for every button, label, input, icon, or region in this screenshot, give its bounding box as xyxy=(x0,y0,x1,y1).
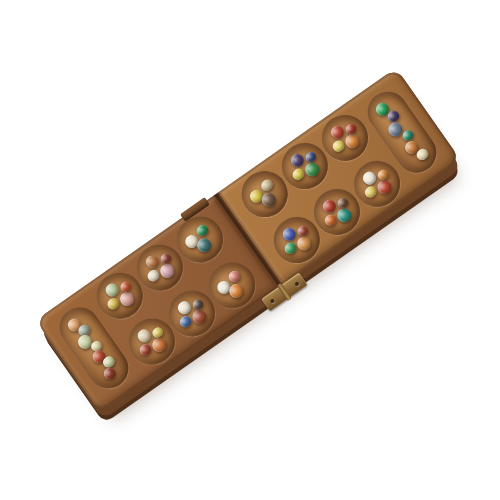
gemstone-bead xyxy=(334,206,353,225)
gemstone-bead xyxy=(374,178,393,197)
gemstone-bead xyxy=(343,122,358,137)
mancala-board xyxy=(36,68,461,412)
gemstone-bead xyxy=(190,297,205,312)
gemstone-bead xyxy=(149,335,168,354)
gemstone-bead xyxy=(375,168,390,183)
hinge-knuckle xyxy=(277,283,292,301)
gemstone-bead xyxy=(302,160,321,179)
gemstone-bead xyxy=(194,223,210,239)
gemstone-bead xyxy=(101,365,118,382)
gemstone-bead xyxy=(259,178,275,194)
gemstone-bead xyxy=(135,327,153,345)
hinge-screw-icon xyxy=(294,281,300,287)
gemstone-bead xyxy=(150,326,165,341)
gemstone-bead xyxy=(118,280,133,295)
gemstone-bead xyxy=(360,169,378,187)
gemstone-bead xyxy=(103,281,121,299)
gemstone-bead xyxy=(294,234,313,253)
gemstone-bead xyxy=(320,197,338,215)
gemstone-bead xyxy=(226,269,242,285)
gemstone-bead xyxy=(288,152,306,170)
gemstone-bead xyxy=(280,226,298,244)
gemstone-bead xyxy=(303,150,318,165)
gemstone-bead xyxy=(175,299,193,317)
gemstone-bead xyxy=(189,307,208,326)
gemstone-bead xyxy=(143,253,161,271)
gemstone-bead xyxy=(157,262,176,281)
gemstone-bead xyxy=(342,132,361,151)
gemstone-bead xyxy=(328,123,346,141)
gemstone-bead xyxy=(335,196,350,211)
hinge-screw-icon xyxy=(269,298,275,304)
gemstone-bead xyxy=(295,224,310,239)
gemstone-bead xyxy=(158,252,173,267)
gemstone-bead xyxy=(117,290,136,309)
product-photo-scene xyxy=(0,0,500,500)
